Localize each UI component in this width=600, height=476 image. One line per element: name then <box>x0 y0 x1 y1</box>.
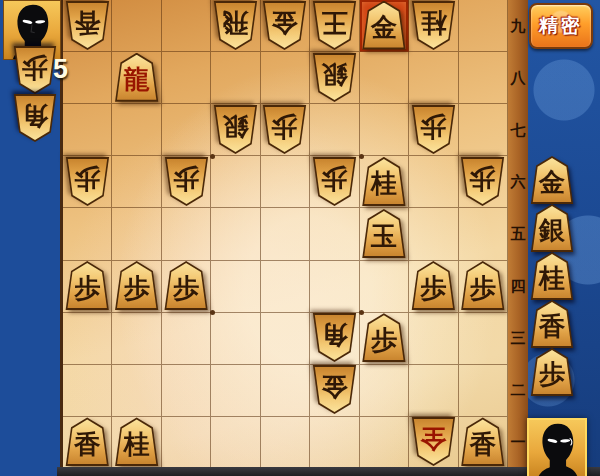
piece-歩[interactable]: 歩 <box>164 157 209 206</box>
piece-香[interactable]: 香 <box>530 300 574 348</box>
piece-glyph: 角 <box>321 323 347 349</box>
piece-glyph: 桂 <box>539 265 565 291</box>
piece-角[interactable]: 角 <box>312 313 357 362</box>
board-cell-r4-c7[interactable]: 桂 <box>360 156 409 208</box>
piece-glyph: 歩 <box>539 361 565 387</box>
piece-銀[interactable]: 銀 <box>312 53 357 102</box>
bottom-player-avatar <box>527 418 587 476</box>
board-cell-r4-c1[interactable]: 歩 <box>63 156 112 208</box>
board-cell-r3-c6[interactable] <box>310 104 359 156</box>
board-cell-r2-c3[interactable] <box>162 52 211 104</box>
piece-歩[interactable]: 歩 <box>262 105 307 154</box>
piece-glyph: 金 <box>371 14 397 40</box>
board-cell-r6-c8[interactable]: 歩 <box>409 261 458 313</box>
piece-glyph: 角 <box>22 103 48 129</box>
piece-glyph: 香 <box>74 10 100 36</box>
piece-glyph: 金 <box>272 10 298 36</box>
rank-label: 七 <box>508 104 528 156</box>
piece-歩[interactable]: 歩 <box>411 105 456 154</box>
board-cell-r4-c2[interactable] <box>112 156 161 208</box>
piece-glyph: 飛 <box>223 10 249 36</box>
board-cell-r6-c4[interactable] <box>211 261 260 313</box>
piece-歩[interactable]: 歩 <box>65 157 110 206</box>
board-cell-r1-c3[interactable] <box>162 0 211 52</box>
rank-label: 三 <box>508 313 528 365</box>
piece-glyph: 歩 <box>371 327 397 353</box>
board-cell-r7-c5[interactable] <box>261 313 310 365</box>
shogi-app: 香飛金王金桂龍銀銀歩歩歩歩歩桂歩玉歩歩歩歩歩角歩金香桂全香 九八七六五四三二一 … <box>0 0 600 476</box>
piece-歩[interactable]: 歩 <box>164 261 209 310</box>
piece-歩[interactable]: 歩 <box>65 261 110 310</box>
board-cell-r6-c6[interactable] <box>310 261 359 313</box>
board-cell-r5-c5[interactable] <box>261 208 310 260</box>
board-cell-r6-c1[interactable]: 歩 <box>63 261 112 313</box>
top-player-hand: 歩5角 <box>13 46 57 142</box>
piece-glyph: 龍 <box>124 66 150 92</box>
piece-桂[interactable]: 桂 <box>411 1 456 50</box>
piece-glyph: 銀 <box>321 62 347 88</box>
board-cell-r5-c1[interactable] <box>63 208 112 260</box>
piece-glyph: 歩 <box>22 55 48 81</box>
precision-button-label: 精密 <box>539 13 583 39</box>
piece-歩[interactable]: 歩 <box>530 348 574 396</box>
rank-label: 六 <box>508 156 528 208</box>
piece-銀[interactable]: 銀 <box>530 204 574 252</box>
board-cell-r6-c2[interactable]: 歩 <box>112 261 161 313</box>
board-cell-r3-c3[interactable] <box>162 104 211 156</box>
board-cell-r3-c7[interactable] <box>360 104 409 156</box>
board-cell-r3-c9[interactable] <box>459 104 508 156</box>
piece-glyph: 桂 <box>420 10 446 36</box>
rank-label: 五 <box>508 208 528 260</box>
piece-王[interactable]: 王 <box>312 1 357 50</box>
hoshi-dot <box>210 310 215 315</box>
piece-glyph: 香 <box>74 431 100 457</box>
board-cell-r3-c4[interactable]: 銀 <box>211 104 260 156</box>
piece-玉[interactable]: 玉 <box>361 209 406 258</box>
board-cell-r8-c7[interactable] <box>360 365 409 417</box>
piece-香[interactable]: 香 <box>65 417 110 466</box>
piece-glyph: 香 <box>539 313 565 339</box>
hoshi-dot <box>210 154 215 159</box>
board-cell-r4-c8[interactable] <box>409 156 458 208</box>
board-cell-r7-c4[interactable] <box>211 313 260 365</box>
board-cell-r1-c9[interactable] <box>459 0 508 52</box>
board-cell-r2-c5[interactable] <box>261 52 310 104</box>
board-cell-r9-c6[interactable] <box>310 417 359 469</box>
piece-香[interactable]: 香 <box>65 1 110 50</box>
board-cell-r7-c7[interactable]: 歩 <box>360 313 409 365</box>
piece-歩[interactable]: 歩 <box>13 46 57 94</box>
piece-銀[interactable]: 銀 <box>213 105 258 154</box>
board-cell-r8-c1[interactable] <box>63 365 112 417</box>
board-cell-r8-c3[interactable] <box>162 365 211 417</box>
board-cell-r9-c5[interactable] <box>261 417 310 469</box>
piece-glyph: 歩 <box>173 275 199 301</box>
board-cell-r1-c8[interactable]: 桂 <box>409 0 458 52</box>
hand-piece-count: 5 <box>53 54 68 85</box>
board-cell-r6-c5[interactable] <box>261 261 310 313</box>
piece-glyph: 歩 <box>272 114 298 140</box>
board-cell-r8-c6[interactable]: 金 <box>310 365 359 417</box>
piece-歩[interactable]: 歩 <box>460 261 505 310</box>
piece-glyph: 王 <box>321 10 347 36</box>
board-cell-r8-c2[interactable] <box>112 365 161 417</box>
board-cell-r2-c4[interactable] <box>211 52 260 104</box>
piece-glyph: 桂 <box>371 170 397 196</box>
board-cell-r9-c7[interactable] <box>360 417 409 469</box>
board-cell-r1-c7[interactable]: 金 <box>360 0 409 52</box>
board-cell-r8-c8[interactable] <box>409 365 458 417</box>
piece-glyph: 香 <box>470 431 496 457</box>
board-cell-r3-c1[interactable] <box>63 104 112 156</box>
hand-piece-桂[interactable]: 桂 <box>530 252 574 300</box>
piece-桂[interactable]: 桂 <box>114 417 159 466</box>
piece-金[interactable]: 金 <box>312 365 357 414</box>
hand-piece-香[interactable]: 香 <box>530 300 574 348</box>
piece-角[interactable]: 角 <box>13 94 57 142</box>
piece-歩[interactable]: 歩 <box>411 261 456 310</box>
piece-飛[interactable]: 飛 <box>213 1 258 50</box>
hand-piece-歩[interactable]: 歩5 <box>13 46 57 94</box>
piece-金[interactable]: 金 <box>262 1 307 50</box>
board-cell-r9-c2[interactable]: 桂 <box>112 417 161 469</box>
board-cell-r1-c2[interactable] <box>112 0 161 52</box>
piece-龍[interactable]: 龍 <box>114 53 159 102</box>
piece-glyph: 歩 <box>470 275 496 301</box>
board-cell-r3-c8[interactable]: 歩 <box>409 104 458 156</box>
piece-glyph: 歩 <box>173 166 199 192</box>
board-cell-r8-c9[interactable] <box>459 365 508 417</box>
piece-歩[interactable]: 歩 <box>312 157 357 206</box>
board-cell-r2-c8[interactable] <box>409 52 458 104</box>
board-cell-r7-c8[interactable] <box>409 313 458 365</box>
piece-glyph: 全 <box>420 427 446 453</box>
piece-金[interactable]: 金 <box>530 156 574 204</box>
piece-glyph: 金 <box>539 169 565 195</box>
piece-glyph: 桂 <box>124 431 150 457</box>
rank-label: 四 <box>508 261 528 313</box>
piece-glyph: 歩 <box>74 166 100 192</box>
hand-piece-角[interactable]: 角 <box>13 94 57 142</box>
rank-label: 八 <box>508 52 528 104</box>
board-cell-r9-c3[interactable] <box>162 417 211 469</box>
board-cell-r1-c6[interactable]: 王 <box>310 0 359 52</box>
board-cell-r2-c7[interactable] <box>360 52 409 104</box>
piece-歩[interactable]: 歩 <box>361 313 406 362</box>
rank-label: 一 <box>508 417 528 469</box>
precision-button[interactable]: 精密 <box>529 3 593 49</box>
board-cell-r3-c2[interactable] <box>112 104 161 156</box>
board-cell-r6-c3[interactable]: 歩 <box>162 261 211 313</box>
piece-金[interactable]: 金 <box>361 1 406 50</box>
board-cell-r2-c1[interactable] <box>63 52 112 104</box>
board-cell-r9-c8[interactable]: 全 <box>409 417 458 469</box>
piece-全[interactable]: 全 <box>411 417 456 466</box>
board-bottom-edge <box>57 467 600 476</box>
board-cell-r7-c1[interactable] <box>63 313 112 365</box>
board-cell-r5-c4[interactable] <box>211 208 260 260</box>
board-cell-r7-c3[interactable] <box>162 313 211 365</box>
board-cell-r9-c1[interactable]: 香 <box>63 417 112 469</box>
board-cell-r6-c7[interactable] <box>360 261 409 313</box>
board-cell-r3-c5[interactable]: 歩 <box>261 104 310 156</box>
rank-label: 二 <box>508 365 528 417</box>
board-cell-r8-c4[interactable] <box>211 365 260 417</box>
hand-piece-歩[interactable]: 歩 <box>530 348 574 396</box>
board-cell-r5-c9[interactable] <box>459 208 508 260</box>
piece-glyph: 金 <box>321 375 347 401</box>
board-cell-r5-c7[interactable]: 玉 <box>360 208 409 260</box>
rank-label-strip: 九八七六五四三二一 <box>508 0 528 469</box>
board-cell-r5-c6[interactable] <box>310 208 359 260</box>
piece-香[interactable]: 香 <box>460 417 505 466</box>
piece-glyph: 歩 <box>74 275 100 301</box>
piece-glyph: 歩 <box>321 166 347 192</box>
board-cell-r7-c2[interactable] <box>112 313 161 365</box>
board-cell-r9-c4[interactable] <box>211 417 260 469</box>
hand-piece-銀[interactable]: 銀 <box>530 204 574 252</box>
board-cell-r2-c6[interactable]: 銀 <box>310 52 359 104</box>
board-cell-r9-c9[interactable]: 香 <box>459 417 508 469</box>
shogi-board: 香飛金王金桂龍銀銀歩歩歩歩歩桂歩玉歩歩歩歩歩角歩金香桂全香 <box>60 0 508 469</box>
board-cell-r4-c3[interactable]: 歩 <box>162 156 211 208</box>
piece-glyph: 歩 <box>420 275 446 301</box>
board-cell-r5-c2[interactable] <box>112 208 161 260</box>
piece-glyph: 銀 <box>539 217 565 243</box>
piece-glyph: 歩 <box>124 275 150 301</box>
piece-glyph: 歩 <box>420 114 446 140</box>
piece-glyph: 銀 <box>223 114 249 140</box>
board-cell-r2-c2[interactable]: 龍 <box>112 52 161 104</box>
piece-歩[interactable]: 歩 <box>460 157 505 206</box>
piece-glyph: 玉 <box>371 223 397 249</box>
piece-歩[interactable]: 歩 <box>114 261 159 310</box>
board-cell-r4-c6[interactable]: 歩 <box>310 156 359 208</box>
board-cell-r1-c4[interactable]: 飛 <box>211 0 260 52</box>
board-cell-r5-c8[interactable] <box>409 208 458 260</box>
board-cell-r4-c5[interactable] <box>261 156 310 208</box>
board-cell-r1-c1[interactable]: 香 <box>63 0 112 52</box>
piece-桂[interactable]: 桂 <box>361 157 406 206</box>
board-cell-r2-c9[interactable] <box>459 52 508 104</box>
hand-piece-金[interactable]: 金 <box>530 156 574 204</box>
board-cell-r7-c6[interactable]: 角 <box>310 313 359 365</box>
rank-label: 九 <box>508 0 528 52</box>
black-head-icon <box>529 420 585 476</box>
board-cell-r7-c9[interactable] <box>459 313 508 365</box>
board-cell-r1-c5[interactable]: 金 <box>261 0 310 52</box>
board-cell-r8-c5[interactable] <box>261 365 310 417</box>
board-cell-r4-c9[interactable]: 歩 <box>459 156 508 208</box>
piece-glyph: 歩 <box>470 166 496 192</box>
hoshi-dot <box>359 154 364 159</box>
piece-桂[interactable]: 桂 <box>530 252 574 300</box>
hoshi-dot <box>359 310 364 315</box>
board-cell-r5-c3[interactable] <box>162 208 211 260</box>
bottom-player-hand: 金銀桂香歩 <box>530 156 574 396</box>
board-cell-r4-c4[interactable] <box>211 156 260 208</box>
board-cell-r6-c9[interactable]: 歩 <box>459 261 508 313</box>
